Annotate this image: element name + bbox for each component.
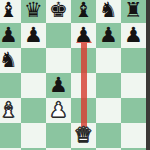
move-arrow-shaft	[81, 43, 87, 136]
square-h4[interactable]	[121, 98, 146, 123]
square-e3[interactable]	[46, 123, 71, 148]
black-queen-d8[interactable]: ♛	[21, 0, 46, 23]
square-g5[interactable]	[96, 73, 121, 98]
square-h3[interactable]	[121, 123, 146, 148]
black-pawn-f7[interactable]: ♟	[71, 23, 96, 48]
square-h5[interactable]	[121, 73, 146, 98]
square-g6[interactable]	[96, 48, 121, 73]
square-h6[interactable]	[121, 48, 146, 73]
square-e6[interactable]	[46, 48, 71, 73]
black-knight-c6[interactable]: ♞	[0, 48, 21, 73]
white-pawn-c2[interactable]: ♟	[0, 148, 21, 150]
square-c3[interactable]	[0, 123, 21, 148]
white-pawn-h2[interactable]: ♟	[121, 148, 146, 150]
square-c5[interactable]	[0, 73, 21, 98]
black-pawn-h7[interactable]: ♟	[121, 23, 146, 48]
black-pawn-g7[interactable]: ♟	[96, 23, 121, 48]
black-knight-g8[interactable]: ♞	[96, 0, 121, 23]
square-d6[interactable]	[21, 48, 46, 73]
square-d5[interactable]	[21, 73, 46, 98]
black-rook-h8[interactable]: ♜	[121, 0, 146, 23]
square-d4[interactable]	[21, 98, 46, 123]
black-bishop-f8[interactable]: ♝	[71, 0, 96, 23]
white-queen-f3[interactable]: ♛	[71, 123, 96, 148]
square-e7[interactable]	[46, 23, 71, 48]
white-pawn-e4[interactable]: ♟	[46, 98, 71, 123]
black-pawn-e5[interactable]: ♟	[46, 73, 71, 98]
square-g3[interactable]	[96, 123, 121, 148]
chess-board[interactable]: ♜♝♛♚♝♞♜♟♟♟♟♟♟♟♞♟♝♟♛♟♟♟♟♟♟♟♜♞♝♚♞♜	[0, 0, 146, 150]
white-pawn-f2[interactable]: ♟	[71, 148, 96, 150]
white-pawn-g2[interactable]: ♟	[96, 148, 121, 150]
white-bishop-c4[interactable]: ♝	[0, 98, 21, 123]
black-king-e8[interactable]: ♚	[46, 0, 71, 23]
chess-app-viewport: ♜♝♛♚♝♞♜♟♟♟♟♟♟♟♞♟♝♟♛♟♟♟♟♟♟♟♜♞♝♚♞♜	[0, 0, 150, 150]
black-pawn-d7[interactable]: ♟	[21, 23, 46, 48]
white-pawn-d2[interactable]: ♟	[21, 148, 46, 150]
square-g4[interactable]	[96, 98, 121, 123]
black-pawn-c7[interactable]: ♟	[0, 23, 21, 48]
square-e2[interactable]	[46, 148, 71, 150]
black-bishop-c8[interactable]: ♝	[0, 0, 21, 23]
square-d3[interactable]	[21, 123, 46, 148]
